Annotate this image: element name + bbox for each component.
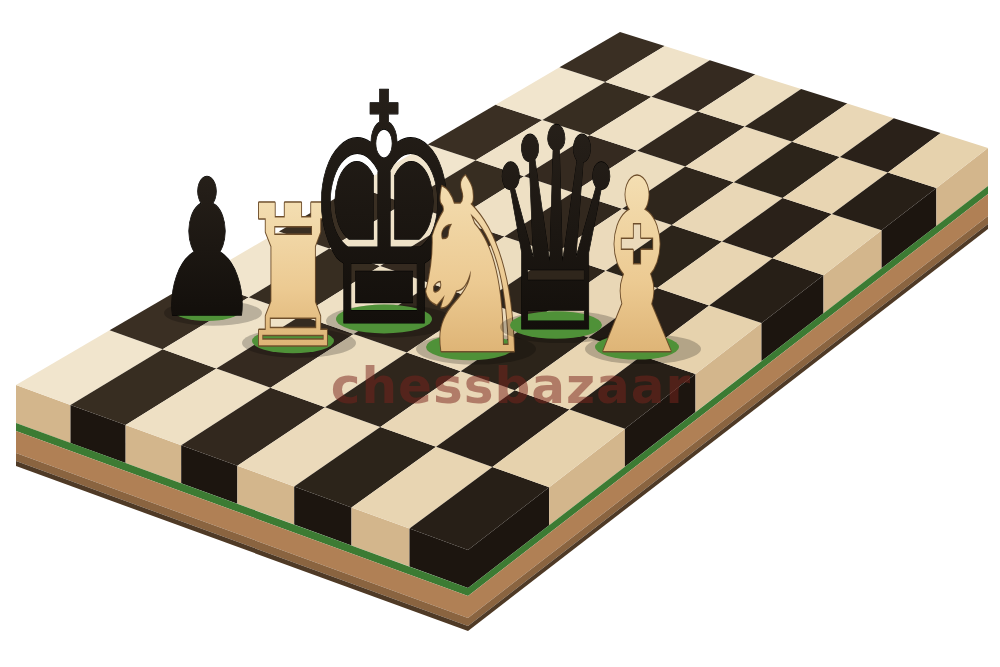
piece-white-bishop: ♝ <box>572 128 701 408</box>
product-photo: chessbazaar♟♜♚♞♛♝ <box>0 0 1000 667</box>
chessboard-scene: chessbazaar♟♜♚♞♛♝ <box>0 0 1000 667</box>
